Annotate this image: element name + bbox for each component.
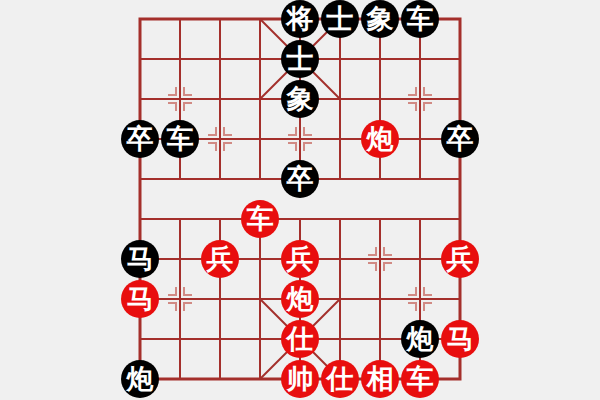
- board-point[interactable]: [440, 279, 480, 319]
- board-point[interactable]: [120, 159, 160, 199]
- board-point[interactable]: [240, 79, 280, 119]
- board-point[interactable]: [160, 359, 200, 399]
- board-point[interactable]: [360, 159, 400, 199]
- board-point[interactable]: [160, 39, 200, 79]
- board-point[interactable]: [200, 0, 240, 39]
- piece-black-king[interactable]: 将: [281, 0, 319, 38]
- board-point[interactable]: [400, 159, 440, 199]
- piece-black-cannon[interactable]: 炮: [401, 320, 439, 358]
- piece-red-chariot[interactable]: 车: [241, 200, 279, 238]
- piece-black-chariot[interactable]: 车: [161, 120, 199, 158]
- board-point[interactable]: [440, 39, 480, 79]
- piece-black-horse[interactable]: 马: [121, 240, 159, 278]
- board-point[interactable]: 仕: [320, 359, 360, 399]
- piece-black-chariot[interactable]: 车: [401, 0, 439, 38]
- board-point[interactable]: 卒: [280, 159, 320, 199]
- piece-black-pawn[interactable]: 卒: [281, 160, 319, 198]
- board-point[interactable]: 仕: [280, 319, 320, 359]
- board-point[interactable]: [400, 199, 440, 239]
- board-point[interactable]: 卒: [120, 119, 160, 159]
- board-point[interactable]: [320, 39, 360, 79]
- board-point[interactable]: [440, 0, 480, 39]
- board-point[interactable]: [440, 79, 480, 119]
- board-point[interactable]: [320, 239, 360, 279]
- board-point[interactable]: 车: [240, 199, 280, 239]
- board-point[interactable]: 将: [280, 0, 320, 39]
- board-point[interactable]: [360, 79, 400, 119]
- board-point[interactable]: [320, 159, 360, 199]
- board-point[interactable]: 象: [360, 0, 400, 39]
- board-point[interactable]: [400, 279, 440, 319]
- board-point[interactable]: [120, 319, 160, 359]
- board-point[interactable]: [240, 279, 280, 319]
- board-point[interactable]: [160, 319, 200, 359]
- board-point[interactable]: 帅: [280, 359, 320, 399]
- board-point[interactable]: [160, 199, 200, 239]
- board-point[interactable]: [160, 79, 200, 119]
- board-point[interactable]: [360, 199, 400, 239]
- board-point[interactable]: [200, 279, 240, 319]
- board-point[interactable]: [280, 119, 320, 159]
- board-point[interactable]: 车: [400, 359, 440, 399]
- board-point[interactable]: [160, 239, 200, 279]
- board-point[interactable]: 炮: [400, 319, 440, 359]
- piece-red-advisor[interactable]: 仕: [321, 360, 359, 398]
- board-point[interactable]: [280, 199, 320, 239]
- board-point[interactable]: [360, 39, 400, 79]
- board-point[interactable]: [160, 159, 200, 199]
- board-point[interactable]: [200, 159, 240, 199]
- piece-black-cannon[interactable]: 炮: [121, 360, 159, 398]
- piece-red-king[interactable]: 帅: [281, 360, 319, 398]
- board-point[interactable]: 士: [320, 0, 360, 39]
- board-point[interactable]: [200, 39, 240, 79]
- board-point[interactable]: 马: [120, 239, 160, 279]
- board-point[interactable]: [440, 359, 480, 399]
- piece-black-advisor[interactable]: 士: [281, 40, 319, 78]
- board-point[interactable]: 象: [280, 79, 320, 119]
- board-point[interactable]: 炮: [360, 119, 400, 159]
- board-point[interactable]: 相: [360, 359, 400, 399]
- board-point[interactable]: 兵: [280, 239, 320, 279]
- piece-red-horse[interactable]: 马: [121, 280, 159, 318]
- board-point[interactable]: [200, 199, 240, 239]
- board-point[interactable]: [200, 319, 240, 359]
- board-point[interactable]: [240, 159, 280, 199]
- board-point[interactable]: 马: [120, 279, 160, 319]
- board-point[interactable]: [240, 319, 280, 359]
- board-point[interactable]: 炮: [280, 279, 320, 319]
- board-point[interactable]: [320, 79, 360, 119]
- piece-black-pawn[interactable]: 卒: [121, 120, 159, 158]
- board-point[interactable]: [320, 319, 360, 359]
- board-point[interactable]: 马: [440, 319, 480, 359]
- board-point[interactable]: [240, 119, 280, 159]
- board-point[interactable]: [240, 239, 280, 279]
- board-point[interactable]: 车: [160, 119, 200, 159]
- board-point[interactable]: [320, 199, 360, 239]
- board-point[interactable]: [200, 119, 240, 159]
- piece-black-elephant[interactable]: 象: [361, 0, 399, 38]
- piece-red-elephant[interactable]: 相: [361, 360, 399, 398]
- board-point[interactable]: [120, 39, 160, 79]
- board-point[interactable]: [120, 79, 160, 119]
- board-point[interactable]: 车: [400, 0, 440, 39]
- xiangqi-board-screenshot: 将士象车士象卒车炮卒卒车马兵兵兵马炮仕炮马炮帅仕相车: [0, 0, 600, 400]
- piece-red-advisor[interactable]: 仕: [281, 320, 319, 358]
- board-point[interactable]: 士: [280, 39, 320, 79]
- board-point[interactable]: [320, 119, 360, 159]
- piece-red-cannon[interactable]: 炮: [281, 280, 319, 318]
- piece-red-cannon[interactable]: 炮: [361, 120, 399, 158]
- board-point[interactable]: [440, 199, 480, 239]
- board-point[interactable]: [440, 159, 480, 199]
- board-point[interactable]: 兵: [440, 239, 480, 279]
- board-point[interactable]: [200, 359, 240, 399]
- board-point[interactable]: [240, 39, 280, 79]
- board-point[interactable]: [200, 79, 240, 119]
- board-point[interactable]: [360, 319, 400, 359]
- board-point[interactable]: 炮: [120, 359, 160, 399]
- piece-black-pawn[interactable]: 卒: [441, 120, 479, 158]
- board-point[interactable]: [400, 79, 440, 119]
- board-point[interactable]: [120, 0, 160, 39]
- board-point[interactable]: [320, 279, 360, 319]
- piece-red-pawn[interactable]: 兵: [281, 240, 319, 278]
- piece-red-chariot[interactable]: 车: [401, 360, 439, 398]
- piece-red-pawn[interactable]: 兵: [441, 240, 479, 278]
- board-point[interactable]: [400, 39, 440, 79]
- board-point[interactable]: [360, 279, 400, 319]
- board-point[interactable]: [400, 119, 440, 159]
- piece-black-elephant[interactable]: 象: [281, 80, 319, 118]
- piece-black-advisor[interactable]: 士: [321, 0, 359, 38]
- board-point[interactable]: [360, 239, 400, 279]
- board-point[interactable]: 卒: [440, 119, 480, 159]
- board-grid: 将士象车士象卒车炮卒卒车马兵兵兵马炮仕炮马炮帅仕相车: [120, 0, 480, 399]
- board-point[interactable]: [240, 359, 280, 399]
- board-point[interactable]: [240, 0, 280, 39]
- board-point[interactable]: 兵: [200, 239, 240, 279]
- board-point[interactable]: [120, 199, 160, 239]
- board-point[interactable]: [160, 0, 200, 39]
- piece-red-horse[interactable]: 马: [441, 320, 479, 358]
- board-point[interactable]: [400, 239, 440, 279]
- board-point[interactable]: [160, 279, 200, 319]
- piece-red-pawn[interactable]: 兵: [201, 240, 239, 278]
